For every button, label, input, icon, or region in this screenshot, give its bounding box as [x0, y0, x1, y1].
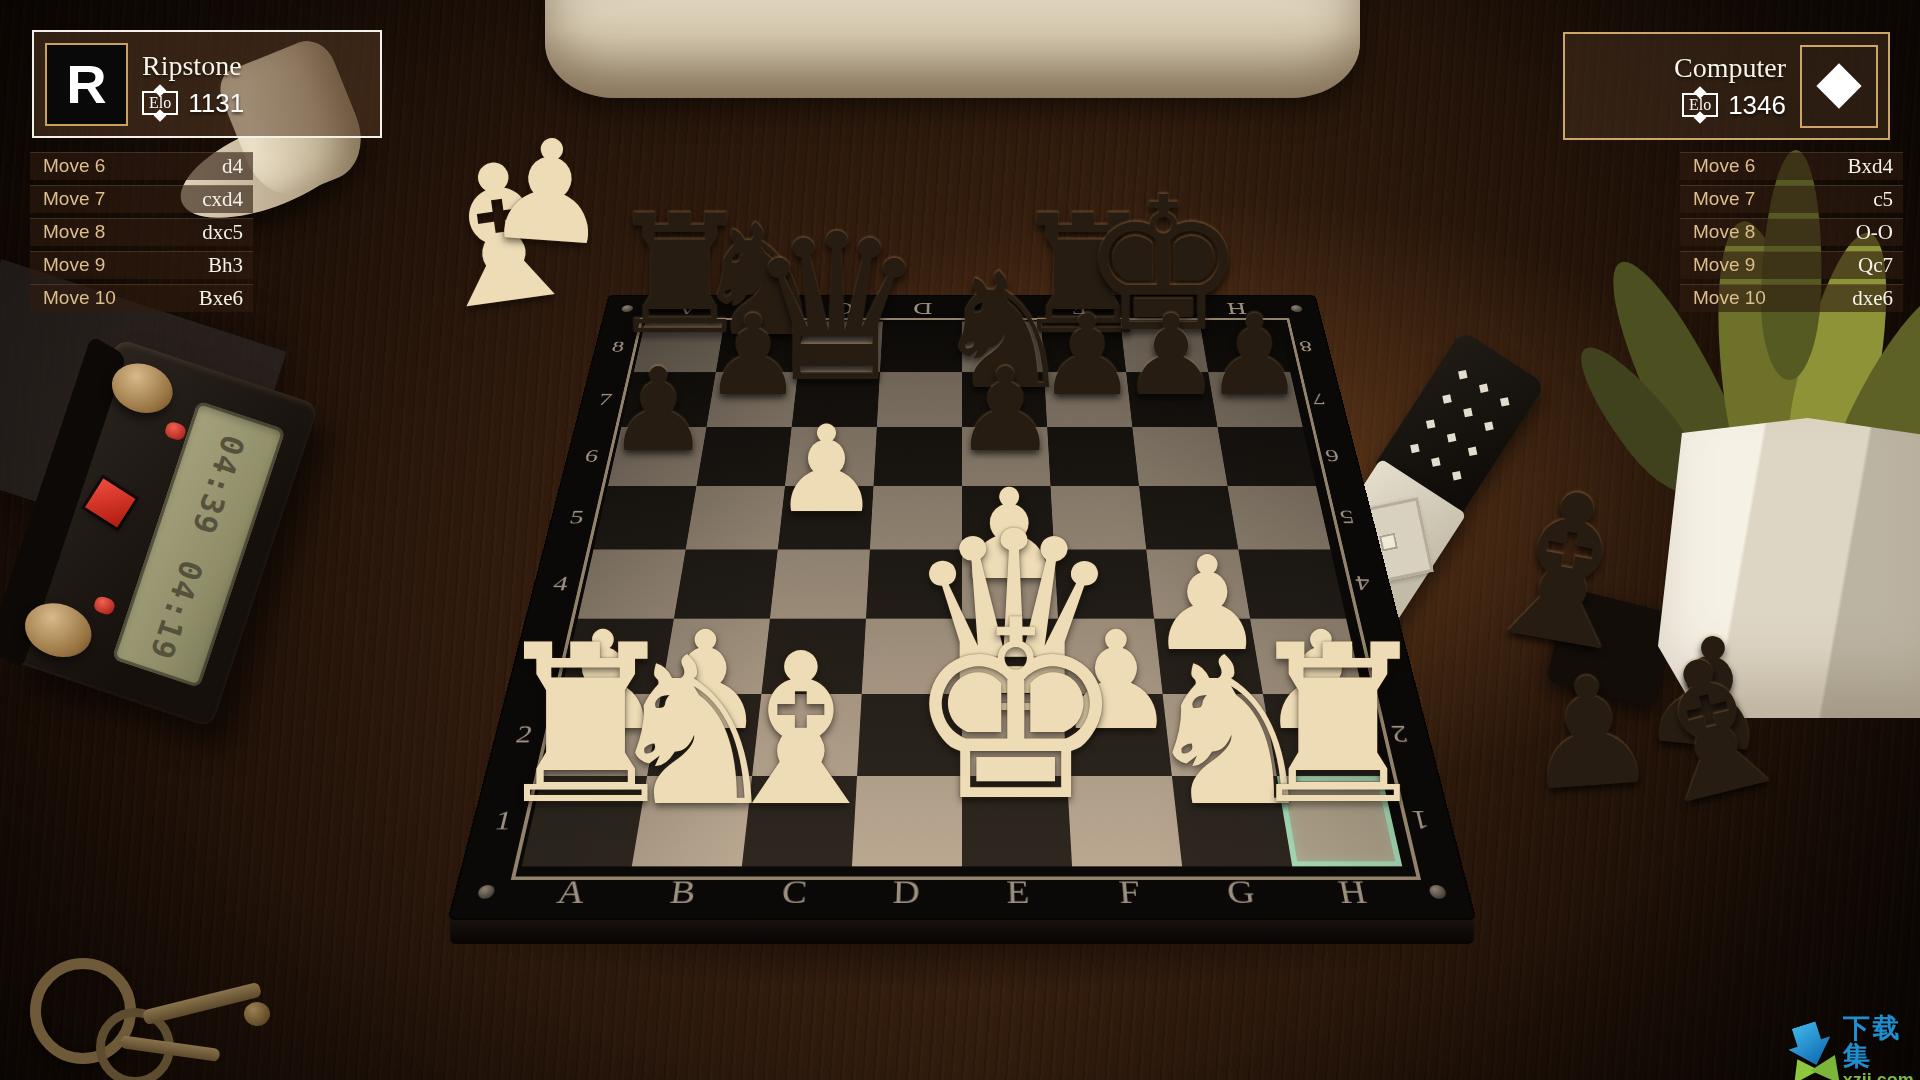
black-pawn-e6[interactable]: ♟ — [954, 353, 1057, 468]
elo-value-white: 1131 — [188, 88, 244, 119]
brass-ball — [244, 1002, 270, 1026]
move-row: Move 8 dxc5 — [30, 218, 253, 246]
elo-badge: Elo — [142, 91, 178, 115]
move-value: Bh3 — [208, 253, 243, 278]
move-label: Move 9 — [1693, 254, 1755, 276]
ripstone-logo: R — [45, 43, 128, 126]
captured-white-pawn: ♟ — [481, 118, 616, 266]
move-value: dxc5 — [202, 220, 243, 245]
move-row: Move 6 d4 — [30, 152, 253, 180]
move-row: Move 10 Bxe6 — [30, 284, 253, 312]
move-label: Move 9 — [43, 254, 105, 276]
elo-value-black: 1346 — [1728, 90, 1786, 121]
move-row: Move 9 Qc7 — [1680, 251, 1903, 279]
move-value: dxe6 — [1852, 286, 1893, 311]
move-value: cxd4 — [202, 187, 243, 212]
watermark-title: 下载集 — [1843, 1014, 1920, 1071]
move-label: Move 10 — [43, 287, 116, 309]
board-front-edge — [450, 916, 1474, 944]
black-queen-c7[interactable]: ♛ — [746, 208, 928, 411]
move-label: Move 6 — [1693, 155, 1755, 177]
white-rook-h1[interactable]: ♜ — [1240, 616, 1436, 835]
move-row: Move 10 dxe6 — [1680, 284, 1903, 312]
elo-badge: Elo — [1682, 93, 1718, 117]
move-value: c5 — [1873, 187, 1893, 212]
file-label-bottom-E: E — [962, 866, 1075, 918]
frame-screw — [1428, 885, 1447, 899]
file-label-bottom-D: D — [849, 866, 962, 918]
download-arrow-icon — [1786, 1024, 1835, 1080]
file-label-bottom-G: G — [1182, 866, 1301, 918]
player-panel-black: Computer Elo 1346 — [1563, 32, 1890, 140]
watermark-site: xzji.com — [1843, 1071, 1920, 1080]
white-bishop-c1[interactable]: ♝ — [707, 626, 894, 835]
move-label: Move 7 — [43, 188, 105, 210]
move-label: Move 8 — [43, 221, 105, 243]
diamond-icon — [1816, 63, 1861, 108]
file-label-bottom-H: H — [1292, 866, 1414, 918]
game-scene: 04:39 04:19 AABBCCDDEEFFGGHH112233445566… — [0, 0, 1920, 1080]
site-watermark: 下载集 xzji.com — [1786, 1014, 1920, 1080]
file-label-bottom-F: F — [1072, 866, 1188, 918]
move-row: Move 8 O-O — [1680, 218, 1903, 246]
move-list-black: Move 6 Bxd4 Move 7 c5 Move 8 O-O Move 9 … — [1680, 152, 1903, 317]
move-list-white: Move 6 d4 Move 7 cxd4 Move 8 dxc5 Move 9… — [30, 152, 253, 317]
clock-red-peg — [92, 595, 116, 617]
move-row: Move 7 c5 — [1680, 185, 1903, 213]
file-label-bottom-C: C — [736, 866, 852, 918]
black-pawn-a6[interactable]: ♟ — [607, 353, 710, 468]
move-label: Move 10 — [1693, 287, 1766, 309]
player-name-black: Computer — [1674, 52, 1786, 84]
move-value: Bxe6 — [199, 286, 243, 311]
player-panel-white: R Ripstone Elo 1131 — [32, 30, 382, 138]
frame-screw — [477, 885, 496, 899]
black-pawn-h7[interactable]: ♟ — [1205, 300, 1305, 411]
ripstone-logo-letter: R — [66, 53, 106, 115]
move-label: Move 6 — [43, 155, 105, 177]
move-row: Move 6 Bxd4 — [1680, 152, 1903, 180]
move-label: Move 7 — [1693, 188, 1755, 210]
move-value: d4 — [222, 154, 243, 179]
white-king-e1[interactable]: ♚ — [905, 588, 1126, 835]
computer-avatar-box — [1800, 45, 1878, 128]
file-label-bottom-B: B — [623, 866, 742, 918]
player-name-white: Ripstone — [142, 50, 244, 82]
clock-red-peg — [163, 420, 187, 442]
move-label: Move 8 — [1693, 221, 1755, 243]
file-label-bottom-A: A — [510, 866, 632, 918]
white-pawn-c5[interactable]: ♟ — [773, 410, 881, 530]
clock-time-white: 04:39 — [182, 423, 254, 548]
clock-red-button[interactable] — [85, 479, 135, 528]
move-value: Bxd4 — [1847, 154, 1893, 179]
move-row: Move 7 cxd4 — [30, 185, 253, 213]
clock-time-black: 04:19 — [140, 548, 212, 673]
move-value: O-O — [1856, 220, 1893, 245]
move-value: Qc7 — [1858, 253, 1893, 278]
move-row: Move 9 Bh3 — [30, 251, 253, 279]
